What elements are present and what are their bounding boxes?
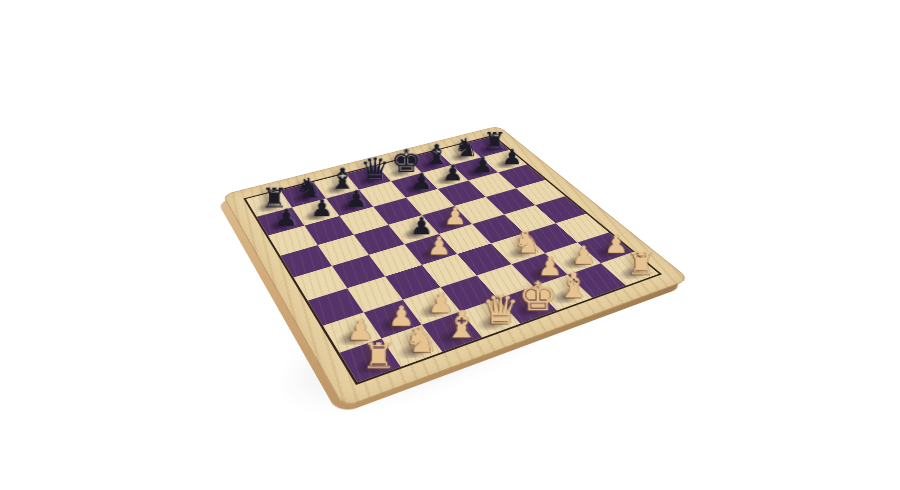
white-rook-h1: ♜ [621,249,662,279]
black-pawn-h7: ♟ [495,147,529,168]
black-queen-d8: ♛ [357,154,392,185]
white-bishop-c1: ♝ [439,306,484,343]
white-pawn-e5: ♟ [436,205,474,229]
black-pawn-a7: ♟ [267,206,305,230]
white-queen-d1: ♛ [478,289,523,329]
white-knight-b1: ♞ [398,323,444,359]
white-pawn-d4: ♟ [419,234,459,259]
black-pawn-f7: ♟ [435,163,470,185]
black-pawn-b7: ♟ [303,197,340,220]
black-pawn-c7: ♟ [338,188,375,211]
black-pawn-e7: ♟ [404,171,439,193]
white-rook-a1: ♜ [355,338,402,373]
black-pawn-g7: ♟ [466,155,500,176]
product-photo-stage: ♜♞♝♛♚♝♞♜♟♟♟♟♟♟♟♟♟♟♞♟♟♟♟♟♟♜♞♝♛♚♝♜ [0,0,900,490]
